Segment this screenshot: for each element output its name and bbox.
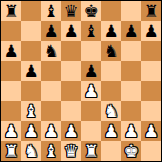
black-queen[interactable]: ♛ — [63, 1, 78, 21]
square-g3[interactable] — [121, 101, 141, 121]
square-h6[interactable] — [141, 41, 161, 61]
white-queen[interactable]: ♛ — [63, 141, 78, 161]
white-king[interactable]: ♚ — [123, 141, 138, 161]
square-f2[interactable]: ♟ — [101, 121, 121, 141]
square-d8[interactable]: ♛ — [61, 1, 81, 21]
white-pawn[interactable]: ♟ — [143, 121, 158, 141]
square-h4[interactable] — [141, 81, 161, 101]
white-pawn[interactable]: ♟ — [103, 121, 118, 141]
black-knight[interactable]: ♞ — [43, 41, 58, 61]
black-bishop[interactable]: ♝ — [43, 1, 58, 21]
square-a8[interactable]: ♜ — [1, 1, 21, 21]
square-h1[interactable] — [141, 141, 161, 161]
square-g8[interactable] — [121, 1, 141, 21]
white-rook[interactable]: ♜ — [83, 141, 98, 161]
square-f3[interactable]: ♞ — [101, 101, 121, 121]
square-b5[interactable]: ♟ — [21, 61, 41, 81]
square-b1[interactable]: ♞ — [21, 141, 41, 161]
square-f6[interactable]: ♞ — [101, 41, 121, 61]
white-bishop[interactable]: ♝ — [43, 141, 58, 161]
black-pawn[interactable]: ♟ — [143, 21, 158, 41]
white-pawn[interactable]: ♟ — [123, 121, 138, 141]
white-pawn[interactable]: ♟ — [63, 121, 78, 141]
square-a7[interactable] — [1, 21, 21, 41]
white-pawn[interactable]: ♟ — [3, 121, 18, 141]
black-pawn[interactable]: ♟ — [63, 21, 78, 41]
black-rook[interactable]: ♜ — [3, 1, 18, 21]
black-pawn[interactable]: ♟ — [103, 21, 118, 41]
square-h7[interactable]: ♟ — [141, 21, 161, 41]
square-c8[interactable]: ♝ — [41, 1, 61, 21]
square-f4[interactable] — [101, 81, 121, 101]
square-d5[interactable] — [61, 61, 81, 81]
white-pawn[interactable]: ♟ — [83, 81, 98, 101]
square-e6[interactable] — [81, 41, 101, 61]
square-b4[interactable] — [21, 81, 41, 101]
black-pawn[interactable]: ♟ — [3, 41, 18, 61]
square-b6[interactable] — [21, 41, 41, 61]
black-rook[interactable]: ♜ — [143, 1, 158, 21]
square-d4[interactable] — [61, 81, 81, 101]
square-c5[interactable] — [41, 61, 61, 81]
black-pawn[interactable]: ♟ — [43, 21, 58, 41]
square-a2[interactable]: ♟ — [1, 121, 21, 141]
square-d7[interactable]: ♟ — [61, 21, 81, 41]
square-h3[interactable] — [141, 101, 161, 121]
square-d2[interactable]: ♟ — [61, 121, 81, 141]
square-c4[interactable] — [41, 81, 61, 101]
square-b7[interactable] — [21, 21, 41, 41]
square-g1[interactable]: ♚ — [121, 141, 141, 161]
square-g5[interactable] — [121, 61, 141, 81]
white-knight[interactable]: ♞ — [103, 101, 118, 121]
square-f5[interactable] — [101, 61, 121, 81]
square-e5[interactable]: ♟ — [81, 61, 101, 81]
square-e8[interactable]: ♚ — [81, 1, 101, 21]
white-bishop[interactable]: ♝ — [23, 101, 38, 121]
square-a3[interactable] — [1, 101, 21, 121]
white-rook[interactable]: ♜ — [3, 141, 18, 161]
square-h5[interactable] — [141, 61, 161, 81]
square-d1[interactable]: ♛ — [61, 141, 81, 161]
square-f8[interactable] — [101, 1, 121, 21]
black-knight[interactable]: ♞ — [103, 41, 118, 61]
square-g2[interactable]: ♟ — [121, 121, 141, 141]
square-g7[interactable]: ♟ — [121, 21, 141, 41]
square-a6[interactable]: ♟ — [1, 41, 21, 61]
square-e7[interactable]: ♝ — [81, 21, 101, 41]
white-knight[interactable]: ♞ — [23, 141, 38, 161]
black-bishop[interactable]: ♝ — [83, 21, 98, 41]
square-e3[interactable] — [81, 101, 101, 121]
square-d6[interactable] — [61, 41, 81, 61]
square-c1[interactable]: ♝ — [41, 141, 61, 161]
square-c3[interactable] — [41, 101, 61, 121]
black-king[interactable]: ♚ — [83, 1, 98, 21]
square-d3[interactable] — [61, 101, 81, 121]
square-e2[interactable] — [81, 121, 101, 141]
black-pawn[interactable]: ♟ — [123, 21, 138, 41]
white-pawn[interactable]: ♟ — [43, 121, 58, 141]
square-f7[interactable]: ♟ — [101, 21, 121, 41]
black-pawn[interactable]: ♟ — [83, 61, 98, 81]
square-f1[interactable] — [101, 141, 121, 161]
black-pawn[interactable]: ♟ — [23, 61, 38, 81]
square-b8[interactable] — [21, 1, 41, 21]
square-b2[interactable]: ♟ — [21, 121, 41, 141]
square-a5[interactable] — [1, 61, 21, 81]
square-h8[interactable]: ♜ — [141, 1, 161, 21]
square-g4[interactable] — [121, 81, 141, 101]
square-a1[interactable]: ♜ — [1, 141, 21, 161]
chess-board: ♜♝♛♚♜♟♟♝♟♟♟♟♞♞♟♟♟♝♞♟♟♟♟♟♟♟♜♞♝♛♜♚ — [0, 0, 162, 162]
white-pawn[interactable]: ♟ — [23, 121, 38, 141]
square-h2[interactable]: ♟ — [141, 121, 161, 141]
square-c7[interactable]: ♟ — [41, 21, 61, 41]
square-e1[interactable]: ♜ — [81, 141, 101, 161]
square-e4[interactable]: ♟ — [81, 81, 101, 101]
square-c6[interactable]: ♞ — [41, 41, 61, 61]
square-c2[interactable]: ♟ — [41, 121, 61, 141]
square-g6[interactable] — [121, 41, 141, 61]
square-b3[interactable]: ♝ — [21, 101, 41, 121]
square-a4[interactable] — [1, 81, 21, 101]
